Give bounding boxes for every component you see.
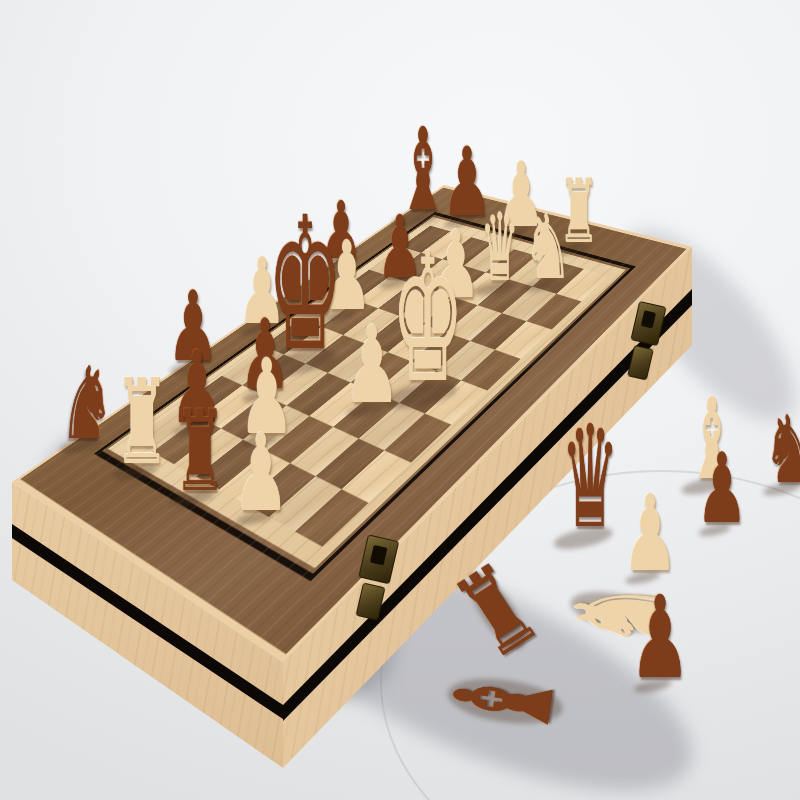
square-h2 [342,450,412,503]
square-g2 [316,438,385,489]
chess-piece-dk-rook-1: ♜ [174,394,226,506]
product-photo-stage: ♝♟♟♜♛♞♟♟♟♟♟♚♚♟♟♟♟♟♟♜♜♞♛♝♟♞♟♜♞♟♝ [0,0,800,800]
chess-piece-dk-queen: ♛ [561,407,619,548]
chess-piece-dk-knight-2: ♞ [763,404,800,497]
square-f2 [291,426,359,475]
chess-piece-lt-pawn-7: ♟ [232,420,289,527]
chess-piece-dk-pawn-7: ♟ [696,441,748,538]
chess-piece-dk-knight-1: ♞ [59,354,115,454]
chess-piece-lt-rook-2: ♜ [114,363,169,481]
square-h5 [461,349,521,390]
chess-piece-lt-knight-1: ♞ [523,203,572,292]
square-h6 [495,321,552,359]
square-h1 [295,489,369,547]
chess-piece-dk-pawn-8: ♟ [629,581,690,695]
chess-piece-lt-pawn-5: ♟ [343,312,400,419]
chess-piece-lt-queen: ♛ [481,203,519,296]
chess-piece-lt-king: ♚ [391,230,464,408]
